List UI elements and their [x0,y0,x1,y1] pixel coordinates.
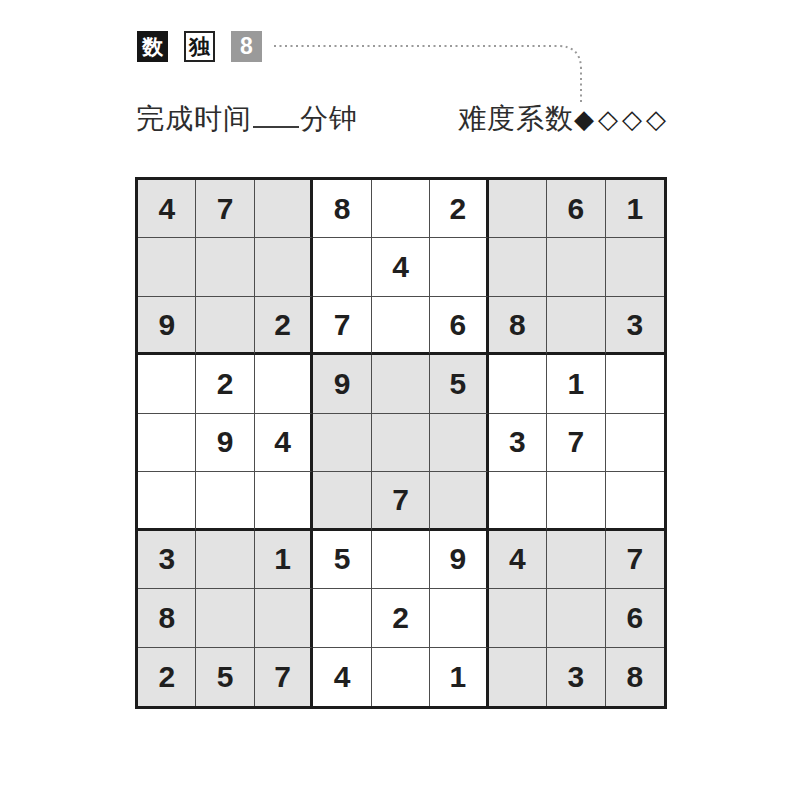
sudoku-cell-r1c9[interactable]: 1 [606,180,664,238]
puzzle-meta-row: 完成时间分钟 难度系数◆◇◇◇ [136,100,670,138]
sudoku-cell-r2c3[interactable] [255,238,313,296]
sudoku-cell-r8c1[interactable]: 8 [138,589,196,647]
sudoku-cell-r8c9[interactable]: 6 [606,589,664,647]
sudoku-cell-r4c7[interactable] [489,355,547,413]
sudoku-cell-r2c7[interactable] [489,238,547,296]
sudoku-cell-r8c3[interactable] [255,589,313,647]
sudoku-cell-r3c2[interactable] [196,297,254,355]
sudoku-cell-r5c5[interactable] [372,414,430,472]
sudoku-cell-r3c8[interactable] [547,297,605,355]
sudoku-cell-r2c9[interactable] [606,238,664,296]
sudoku-cell-r7c8[interactable] [547,531,605,589]
sudoku-cell-r6c9[interactable] [606,472,664,530]
sudoku-cell-r9c2[interactable]: 5 [196,648,254,706]
completion-time-suffix: 分钟 [300,103,358,134]
sudoku-cell-r3c3[interactable]: 2 [255,297,313,355]
sudoku-cell-r1c7[interactable] [489,180,547,238]
sudoku-cell-r3c7[interactable]: 8 [489,297,547,355]
sudoku-cell-r6c7[interactable] [489,472,547,530]
difficulty-diamond-icons: ◆◇◇◇ [574,104,670,134]
completion-time-prefix: 完成时间 [136,103,252,134]
difficulty-label: 难度系数 [458,100,574,138]
sudoku-cell-r1c5[interactable] [372,180,430,238]
sudoku-cell-r5c4[interactable] [313,414,371,472]
sudoku-cell-r3c5[interactable] [372,297,430,355]
sudoku-cell-r5c3[interactable]: 4 [255,414,313,472]
sudoku-cell-r7c3[interactable]: 1 [255,531,313,589]
sudoku-cell-r4c1[interactable] [138,355,196,413]
sudoku-cell-r9c9[interactable]: 8 [606,648,664,706]
sudoku-cell-r9c4[interactable]: 4 [313,648,371,706]
sudoku-cell-r8c8[interactable] [547,589,605,647]
sudoku-cell-r9c6[interactable]: 1 [430,648,488,706]
sudoku-cell-r8c7[interactable] [489,589,547,647]
sudoku-cell-r3c4[interactable]: 7 [313,297,371,355]
sudoku-cell-r6c3[interactable] [255,472,313,530]
sudoku-cell-r7c5[interactable] [372,531,430,589]
sudoku-cell-r2c1[interactable] [138,238,196,296]
difficulty-rating: 难度系数◆◇◇◇ [458,100,670,138]
sudoku-cell-r7c9[interactable]: 7 [606,531,664,589]
sudoku-cell-r8c5[interactable]: 2 [372,589,430,647]
sudoku-cell-r4c5[interactable] [372,355,430,413]
sudoku-cell-r4c6[interactable]: 5 [430,355,488,413]
sudoku-cell-r3c9[interactable]: 3 [606,297,664,355]
sudoku-cell-r1c6[interactable]: 2 [430,180,488,238]
sudoku-cell-r8c6[interactable] [430,589,488,647]
completion-time-blank[interactable] [253,102,299,128]
sudoku-cell-r3c6[interactable]: 6 [430,297,488,355]
sudoku-cell-r1c1[interactable]: 4 [138,180,196,238]
sudoku-cell-r4c9[interactable] [606,355,664,413]
sudoku-cell-r4c3[interactable] [255,355,313,413]
sudoku-cell-r3c1[interactable]: 9 [138,297,196,355]
title-badge-shu: 数 [137,31,168,62]
sudoku-cell-r4c2[interactable]: 2 [196,355,254,413]
sudoku-cell-r9c5[interactable] [372,648,430,706]
sudoku-cell-r5c2[interactable]: 9 [196,414,254,472]
sudoku-cell-r6c5[interactable]: 7 [372,472,430,530]
sudoku-cell-r5c7[interactable]: 3 [489,414,547,472]
sudoku-cell-r5c9[interactable] [606,414,664,472]
sudoku-cell-r7c6[interactable]: 9 [430,531,488,589]
sudoku-cell-r6c4[interactable] [313,472,371,530]
sudoku-cell-r4c4[interactable]: 9 [313,355,371,413]
sudoku-cell-r4c8[interactable]: 1 [547,355,605,413]
sudoku-cell-r9c3[interactable]: 7 [255,648,313,706]
sudoku-cell-r7c1[interactable]: 3 [138,531,196,589]
sudoku-cell-r1c8[interactable]: 6 [547,180,605,238]
sudoku-cell-r1c3[interactable] [255,180,313,238]
sudoku-board: 47826149276832951943773159478262574138 [135,177,667,709]
sudoku-cell-r5c1[interactable] [138,414,196,472]
sudoku-cell-r1c2[interactable]: 7 [196,180,254,238]
sudoku-cell-r2c8[interactable] [547,238,605,296]
sudoku-cell-r6c1[interactable] [138,472,196,530]
sudoku-cell-r2c6[interactable] [430,238,488,296]
title-badge-du: 独 [184,31,215,62]
puzzle-number-badge: 8 [231,31,262,62]
sudoku-cell-r7c4[interactable]: 5 [313,531,371,589]
title-badges: 数 独 8 [137,31,262,62]
sudoku-cell-r2c4[interactable] [313,238,371,296]
sudoku-cell-r1c4[interactable]: 8 [313,180,371,238]
sudoku-book-page: 数 独 8 完成时间分钟 难度系数◆◇◇◇ 478261492768329519… [0,0,800,800]
sudoku-cell-r9c1[interactable]: 2 [138,648,196,706]
sudoku-cell-r8c2[interactable] [196,589,254,647]
sudoku-cell-r7c7[interactable]: 4 [489,531,547,589]
sudoku-cell-r9c7[interactable] [489,648,547,706]
sudoku-cell-r5c6[interactable] [430,414,488,472]
sudoku-cell-r6c6[interactable] [430,472,488,530]
sudoku-cell-r7c2[interactable] [196,531,254,589]
sudoku-cell-r8c4[interactable] [313,589,371,647]
sudoku-cell-r5c8[interactable]: 7 [547,414,605,472]
sudoku-cell-r6c8[interactable] [547,472,605,530]
sudoku-cell-r6c2[interactable] [196,472,254,530]
sudoku-cell-r9c8[interactable]: 3 [547,648,605,706]
sudoku-cell-r2c2[interactable] [196,238,254,296]
completion-time-label: 完成时间分钟 [136,100,358,138]
sudoku-cell-r2c5[interactable]: 4 [372,238,430,296]
